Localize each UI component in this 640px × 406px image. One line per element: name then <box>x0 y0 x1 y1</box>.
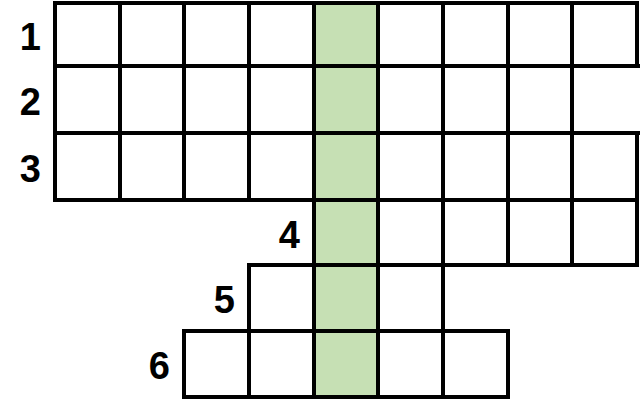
cell-r5c4[interactable] <box>247 263 316 333</box>
cell-r2c7[interactable] <box>441 64 510 135</box>
cell-r1c9[interactable] <box>570 1 639 68</box>
cell-r2c3[interactable] <box>182 64 251 135</box>
cell-r3c8[interactable] <box>506 131 574 202</box>
cell-r3c5[interactable] <box>312 131 380 202</box>
cell-r1c6[interactable] <box>376 1 445 68</box>
cell-r1c4[interactable] <box>247 1 316 68</box>
cell-r1c2[interactable] <box>118 1 186 68</box>
row-number-1: 1 <box>0 17 41 57</box>
cell-r2c4[interactable] <box>247 64 316 135</box>
row-number-2: 2 <box>0 82 41 122</box>
cell-r4c6[interactable] <box>376 198 445 267</box>
cell-r3c9[interactable] <box>570 131 639 202</box>
row-number-3: 3 <box>0 149 41 189</box>
cell-r6c4[interactable] <box>247 329 316 399</box>
cell-r5c5[interactable] <box>312 263 380 333</box>
cell-r6c7[interactable] <box>441 329 510 399</box>
cell-r3c7[interactable] <box>441 131 510 202</box>
cell-r4c5[interactable] <box>312 198 380 267</box>
cell-r4c9[interactable] <box>570 198 639 267</box>
cell-r2c5[interactable] <box>312 64 380 135</box>
cell-r4c8[interactable] <box>506 198 574 267</box>
cell-r1c1[interactable] <box>53 1 122 68</box>
cell-r3c4[interactable] <box>247 131 316 202</box>
cell-r4c7[interactable] <box>441 198 510 267</box>
row-number-6: 6 <box>114 346 170 386</box>
cell-r2c9[interactable] <box>570 64 640 135</box>
cell-r1c3[interactable] <box>182 1 251 68</box>
cell-r2c6[interactable] <box>376 64 445 135</box>
cell-r1c8[interactable] <box>506 1 574 68</box>
cell-r3c3[interactable] <box>182 131 251 202</box>
cell-r2c8[interactable] <box>506 64 574 135</box>
puzzle-board: 123456 <box>0 0 640 406</box>
cell-r2c1[interactable] <box>53 64 122 135</box>
cell-r3c1[interactable] <box>53 131 122 202</box>
cell-r6c5[interactable] <box>312 329 380 399</box>
cell-r6c6[interactable] <box>376 329 445 399</box>
row-number-5: 5 <box>179 280 235 320</box>
cell-r6c3[interactable] <box>182 329 251 399</box>
cell-r3c2[interactable] <box>118 131 186 202</box>
cell-r1c7[interactable] <box>441 1 510 68</box>
cell-r2c2[interactable] <box>118 64 186 135</box>
cell-r5c6[interactable] <box>376 263 445 333</box>
crossword-page: 123456 <box>0 0 640 406</box>
row-number-4: 4 <box>244 215 300 255</box>
cell-r1c5[interactable] <box>312 1 380 68</box>
cell-r3c6[interactable] <box>376 131 445 202</box>
